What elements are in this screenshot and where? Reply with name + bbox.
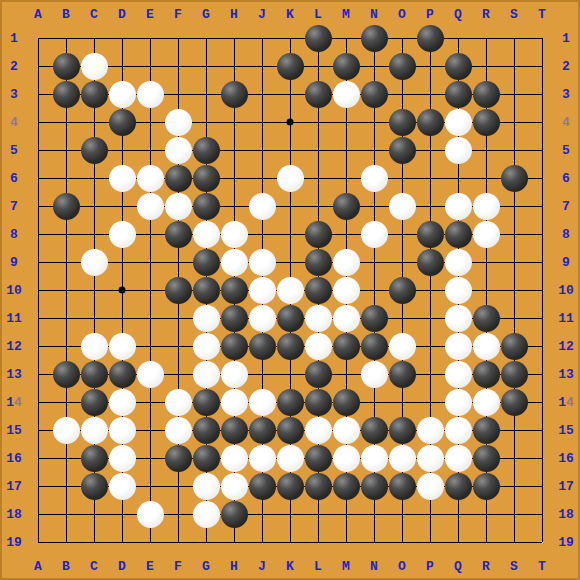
- row-label-left-3: 3: [10, 88, 18, 101]
- col-label-bottom-R: R: [482, 560, 490, 573]
- stone-black-K11: [277, 305, 304, 332]
- stone-black-S13: [501, 361, 528, 388]
- row-label-right-1: 1: [562, 32, 570, 45]
- stone-white-E3: [137, 81, 164, 108]
- go-board-app: AABBCCDDEEFFGGHHJJKKLLMMNNOOPPQQRRSSTT11…: [0, 0, 580, 580]
- stone-white-Q5: [445, 137, 472, 164]
- row-label-left-18: 18: [6, 508, 22, 521]
- stone-white-G18: [193, 501, 220, 528]
- stone-white-G11: [193, 305, 220, 332]
- stone-white-Q12: [445, 333, 472, 360]
- stone-white-O12: [389, 333, 416, 360]
- stone-white-F15: [165, 417, 192, 444]
- stone-white-E18: [137, 501, 164, 528]
- stone-white-N6: [361, 165, 388, 192]
- row-label-left-9: 9: [10, 256, 18, 269]
- stone-white-D16: [109, 445, 136, 472]
- stone-black-Q8: [445, 221, 472, 248]
- stone-black-C5: [81, 137, 108, 164]
- stone-white-L11: [305, 305, 332, 332]
- stone-white-P15: [417, 417, 444, 444]
- col-label-bottom-B: B: [62, 560, 70, 573]
- stone-white-L15: [305, 417, 332, 444]
- stone-black-R3: [473, 81, 500, 108]
- stone-white-K6: [277, 165, 304, 192]
- stone-black-F10: [165, 277, 192, 304]
- stone-white-J7: [249, 193, 276, 220]
- row-label-right-16: 16: [558, 452, 574, 465]
- stone-black-K2: [277, 53, 304, 80]
- stone-white-H8: [221, 221, 248, 248]
- stone-black-D13: [109, 361, 136, 388]
- col-label-top-G: G: [202, 8, 210, 21]
- stone-white-C15: [81, 417, 108, 444]
- stone-black-R17: [473, 473, 500, 500]
- stone-black-G10: [193, 277, 220, 304]
- col-label-top-L: L: [314, 8, 322, 21]
- stone-white-Q15: [445, 417, 472, 444]
- stone-white-G8: [193, 221, 220, 248]
- stone-white-F14: [165, 389, 192, 416]
- stone-white-O16: [389, 445, 416, 472]
- stone-black-N11: [361, 305, 388, 332]
- row-label-left-17: 17: [6, 480, 22, 493]
- stone-white-B15: [53, 417, 80, 444]
- row-label-right-5: 5: [562, 144, 570, 157]
- stone-black-C13: [81, 361, 108, 388]
- col-label-bottom-C: C: [90, 560, 98, 573]
- row-label-right-18: 18: [558, 508, 574, 521]
- stone-black-N3: [361, 81, 388, 108]
- stone-black-R16: [473, 445, 500, 472]
- stone-white-G13: [193, 361, 220, 388]
- row-label-left-2: 2: [10, 60, 18, 73]
- stone-black-C16: [81, 445, 108, 472]
- col-label-top-R: R: [482, 8, 490, 21]
- stone-white-E13: [137, 361, 164, 388]
- stone-white-Q9: [445, 249, 472, 276]
- col-label-bottom-F: F: [174, 560, 182, 573]
- stone-black-L13: [305, 361, 332, 388]
- col-label-bottom-M: M: [342, 560, 350, 573]
- col-label-bottom-A: A: [34, 560, 42, 573]
- stone-black-L10: [305, 277, 332, 304]
- stone-white-J10: [249, 277, 276, 304]
- col-label-bottom-S: S: [510, 560, 518, 573]
- stone-black-O4: [389, 109, 416, 136]
- col-label-top-O: O: [398, 8, 406, 21]
- stone-black-K15: [277, 417, 304, 444]
- col-label-top-N: N: [370, 8, 378, 21]
- stone-black-C17: [81, 473, 108, 500]
- stone-white-P17: [417, 473, 444, 500]
- stone-black-P4: [417, 109, 444, 136]
- col-label-top-E: E: [146, 8, 154, 21]
- row-label-left-8: 8: [10, 228, 18, 241]
- stone-black-H11: [221, 305, 248, 332]
- row-label-right-14: 14: [558, 396, 574, 409]
- stone-white-P16: [417, 445, 444, 472]
- stone-black-Q2: [445, 53, 472, 80]
- stone-black-M14: [333, 389, 360, 416]
- stone-white-M3: [333, 81, 360, 108]
- stone-black-G9: [193, 249, 220, 276]
- stone-black-D4: [109, 109, 136, 136]
- row-label-right-6: 6: [562, 172, 570, 185]
- stone-white-Q13: [445, 361, 472, 388]
- col-label-bottom-G: G: [202, 560, 210, 573]
- stone-black-L17: [305, 473, 332, 500]
- stone-black-B7: [53, 193, 80, 220]
- stone-black-F16: [165, 445, 192, 472]
- stone-black-N15: [361, 417, 388, 444]
- stone-white-Q16: [445, 445, 472, 472]
- stone-white-F4: [165, 109, 192, 136]
- stone-white-L12: [305, 333, 332, 360]
- row-label-left-6: 6: [10, 172, 18, 185]
- stone-white-O7: [389, 193, 416, 220]
- row-label-right-8: 8: [562, 228, 570, 241]
- row-label-right-19: 19: [558, 536, 574, 549]
- stone-black-J12: [249, 333, 276, 360]
- stone-black-R11: [473, 305, 500, 332]
- col-label-top-C: C: [90, 8, 98, 21]
- col-label-top-H: H: [230, 8, 238, 21]
- stone-black-N1: [361, 25, 388, 52]
- stone-black-L8: [305, 221, 332, 248]
- stone-white-H14: [221, 389, 248, 416]
- row-label-right-12: 12: [558, 340, 574, 353]
- stone-black-L16: [305, 445, 332, 472]
- stone-black-R13: [473, 361, 500, 388]
- stone-black-S14: [501, 389, 528, 416]
- col-label-top-P: P: [426, 8, 434, 21]
- row-label-left-13: 13: [6, 368, 22, 381]
- stone-black-J15: [249, 417, 276, 444]
- stone-white-R12: [473, 333, 500, 360]
- col-label-top-J: J: [258, 8, 266, 21]
- stone-white-Q10: [445, 277, 472, 304]
- stone-black-H10: [221, 277, 248, 304]
- col-label-top-K: K: [286, 8, 294, 21]
- stone-black-O5: [389, 137, 416, 164]
- stone-black-H15: [221, 417, 248, 444]
- col-label-top-S: S: [510, 8, 518, 21]
- stone-black-C3: [81, 81, 108, 108]
- stone-black-G16: [193, 445, 220, 472]
- col-label-bottom-J: J: [258, 560, 266, 573]
- stone-white-H16: [221, 445, 248, 472]
- stone-black-L1: [305, 25, 332, 52]
- stone-black-L9: [305, 249, 332, 276]
- stone-white-K16: [277, 445, 304, 472]
- stone-black-M2: [333, 53, 360, 80]
- stone-black-B2: [53, 53, 80, 80]
- stone-white-N8: [361, 221, 388, 248]
- stone-black-K17: [277, 473, 304, 500]
- stone-white-C12: [81, 333, 108, 360]
- stone-white-E7: [137, 193, 164, 220]
- stone-white-E6: [137, 165, 164, 192]
- stone-white-N16: [361, 445, 388, 472]
- stone-white-Q4: [445, 109, 472, 136]
- stone-black-R15: [473, 417, 500, 444]
- stone-black-G6: [193, 165, 220, 192]
- col-label-bottom-K: K: [286, 560, 294, 573]
- col-label-bottom-L: L: [314, 560, 322, 573]
- stone-black-O2: [389, 53, 416, 80]
- col-label-bottom-N: N: [370, 560, 378, 573]
- stone-black-F6: [165, 165, 192, 192]
- stone-black-P1: [417, 25, 444, 52]
- col-label-bottom-H: H: [230, 560, 238, 573]
- row-label-left-16: 16: [6, 452, 22, 465]
- stone-black-R4: [473, 109, 500, 136]
- row-label-left-5: 5: [10, 144, 18, 157]
- star-point-K4: [287, 119, 294, 126]
- stone-black-Q3: [445, 81, 472, 108]
- stone-black-M7: [333, 193, 360, 220]
- col-label-top-M: M: [342, 8, 350, 21]
- stone-black-N17: [361, 473, 388, 500]
- stone-black-O10: [389, 277, 416, 304]
- stone-black-F8: [165, 221, 192, 248]
- stone-white-R14: [473, 389, 500, 416]
- stone-white-Q11: [445, 305, 472, 332]
- row-label-left-19: 19: [6, 536, 22, 549]
- row-label-left-14: 14: [6, 396, 22, 409]
- row-label-right-7: 7: [562, 200, 570, 213]
- col-label-bottom-P: P: [426, 560, 434, 573]
- row-label-left-10: 10: [6, 284, 22, 297]
- stone-black-K14: [277, 389, 304, 416]
- col-label-top-A: A: [34, 8, 42, 21]
- stone-white-Q14: [445, 389, 472, 416]
- stone-black-H18: [221, 501, 248, 528]
- stone-white-M11: [333, 305, 360, 332]
- stone-black-B13: [53, 361, 80, 388]
- stone-black-O17: [389, 473, 416, 500]
- stone-black-S12: [501, 333, 528, 360]
- col-label-bottom-Q: Q: [454, 560, 462, 573]
- row-label-right-2: 2: [562, 60, 570, 73]
- stone-white-H13: [221, 361, 248, 388]
- stone-white-H9: [221, 249, 248, 276]
- row-label-right-9: 9: [562, 256, 570, 269]
- stone-white-J16: [249, 445, 276, 472]
- row-label-left-11: 11: [6, 312, 22, 325]
- stone-white-F7: [165, 193, 192, 220]
- stone-white-D17: [109, 473, 136, 500]
- stone-white-K10: [277, 277, 304, 304]
- stone-white-R8: [473, 221, 500, 248]
- stone-white-G17: [193, 473, 220, 500]
- stone-black-H3: [221, 81, 248, 108]
- stone-black-M17: [333, 473, 360, 500]
- col-label-top-Q: Q: [454, 8, 462, 21]
- stone-black-G15: [193, 417, 220, 444]
- stone-white-G12: [193, 333, 220, 360]
- row-label-right-15: 15: [558, 424, 574, 437]
- star-point-D10: [119, 287, 126, 294]
- stone-white-R7: [473, 193, 500, 220]
- stone-black-K12: [277, 333, 304, 360]
- col-label-top-T: T: [538, 8, 546, 21]
- stone-white-M9: [333, 249, 360, 276]
- stone-black-N12: [361, 333, 388, 360]
- col-label-top-D: D: [118, 8, 126, 21]
- stone-black-H12: [221, 333, 248, 360]
- stone-white-C9: [81, 249, 108, 276]
- stone-black-C14: [81, 389, 108, 416]
- stone-white-D3: [109, 81, 136, 108]
- col-label-top-F: F: [174, 8, 182, 21]
- col-label-bottom-O: O: [398, 560, 406, 573]
- row-label-left-7: 7: [10, 200, 18, 213]
- stone-black-L3: [305, 81, 332, 108]
- stone-black-G7: [193, 193, 220, 220]
- stone-white-D8: [109, 221, 136, 248]
- stone-white-F5: [165, 137, 192, 164]
- stone-black-O13: [389, 361, 416, 388]
- stone-black-Q17: [445, 473, 472, 500]
- stone-white-M16: [333, 445, 360, 472]
- row-label-right-4: 4: [562, 116, 570, 129]
- stone-white-M15: [333, 417, 360, 444]
- row-label-right-3: 3: [562, 88, 570, 101]
- row-label-left-4: 4: [10, 116, 18, 129]
- stone-black-J17: [249, 473, 276, 500]
- col-label-top-B: B: [62, 8, 70, 21]
- row-label-right-13: 13: [558, 368, 574, 381]
- stone-white-C2: [81, 53, 108, 80]
- row-label-right-17: 17: [558, 480, 574, 493]
- stone-white-D15: [109, 417, 136, 444]
- stone-white-J14: [249, 389, 276, 416]
- col-label-bottom-D: D: [118, 560, 126, 573]
- stone-black-P9: [417, 249, 444, 276]
- stone-black-B3: [53, 81, 80, 108]
- stone-white-H17: [221, 473, 248, 500]
- stone-white-D14: [109, 389, 136, 416]
- stone-white-Q7: [445, 193, 472, 220]
- stone-white-D6: [109, 165, 136, 192]
- col-label-bottom-E: E: [146, 560, 154, 573]
- row-label-right-11: 11: [558, 312, 574, 325]
- stone-black-P8: [417, 221, 444, 248]
- stone-black-G14: [193, 389, 220, 416]
- stone-white-J11: [249, 305, 276, 332]
- stone-black-M12: [333, 333, 360, 360]
- col-label-bottom-T: T: [538, 560, 546, 573]
- row-label-left-15: 15: [6, 424, 22, 437]
- row-label-right-10: 10: [558, 284, 574, 297]
- stone-black-S6: [501, 165, 528, 192]
- stone-white-J9: [249, 249, 276, 276]
- stone-white-D12: [109, 333, 136, 360]
- stone-black-O15: [389, 417, 416, 444]
- stone-black-L14: [305, 389, 332, 416]
- stone-white-M10: [333, 277, 360, 304]
- stone-white-N13: [361, 361, 388, 388]
- stone-black-G5: [193, 137, 220, 164]
- row-label-left-1: 1: [10, 32, 18, 45]
- row-label-left-12: 12: [6, 340, 22, 353]
